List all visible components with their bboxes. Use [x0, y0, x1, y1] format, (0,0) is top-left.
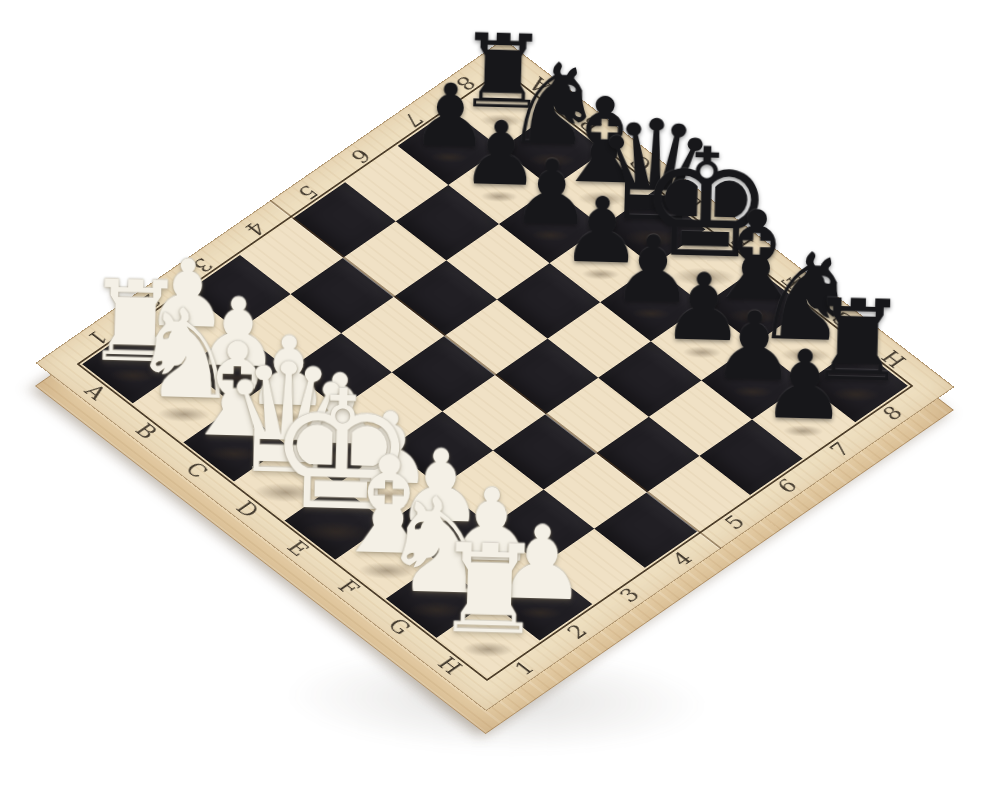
piece-white-rook-h1[interactable]: ♜: [418, 527, 561, 653]
photo-stage: AABBCCDDEEFFGGHH1122334455667788 ♜♞♟♝♟♛♟…: [0, 0, 985, 805]
piece-black-pawn-h7[interactable]: ♟: [733, 336, 875, 435]
page: { "game": "chess", "scene": "overhead pr…: [0, 0, 985, 805]
board-tilt-wrapper: AABBCCDDEEFFGGHH1122334455667788 ♜♞♟♝♟♛♟…: [0, 0, 985, 805]
pieces-layer: ♜♞♟♝♟♛♟♚♟♝♟♞♟♟♜♟♟♜♟♟♞♟♝♟♛♟♚♟♝♟♞♜: [0, 0, 985, 805]
